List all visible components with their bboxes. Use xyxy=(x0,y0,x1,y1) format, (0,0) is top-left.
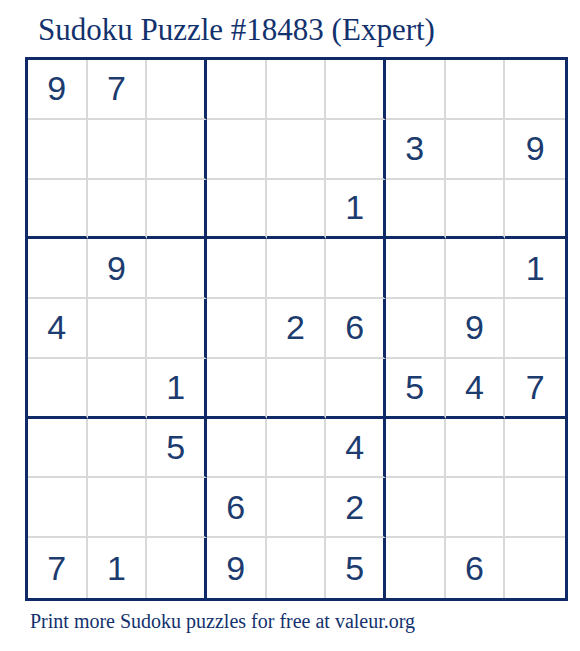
cell-r9c8[interactable]: 6 xyxy=(446,538,506,598)
cell-r4c5[interactable] xyxy=(267,239,327,299)
cell-r7c2[interactable] xyxy=(88,419,148,479)
cell-r8c2[interactable] xyxy=(88,478,148,538)
cell-r7c3[interactable]: 5 xyxy=(147,419,207,479)
cell-r3c6[interactable]: 1 xyxy=(326,180,386,240)
cell-r9c2[interactable]: 1 xyxy=(88,538,148,598)
cell-r5c2[interactable] xyxy=(88,299,148,359)
cell-r9c6[interactable]: 5 xyxy=(326,538,386,598)
cell-r5c6[interactable]: 6 xyxy=(326,299,386,359)
cell-r7c1[interactable] xyxy=(28,419,88,479)
cell-r4c8[interactable] xyxy=(446,239,506,299)
cell-r7c9[interactable] xyxy=(505,419,565,479)
cell-r9c7[interactable] xyxy=(386,538,446,598)
cell-r2c8[interactable] xyxy=(446,120,506,180)
cell-r2c5[interactable] xyxy=(267,120,327,180)
cell-r4c9[interactable]: 1 xyxy=(505,239,565,299)
cell-r2c3[interactable] xyxy=(147,120,207,180)
cell-r3c4[interactable] xyxy=(207,180,267,240)
cell-r3c3[interactable] xyxy=(147,180,207,240)
cell-r3c2[interactable] xyxy=(88,180,148,240)
cell-r5c7[interactable] xyxy=(386,299,446,359)
cell-r6c1[interactable] xyxy=(28,359,88,419)
cell-r3c8[interactable] xyxy=(446,180,506,240)
cell-r9c4[interactable]: 9 xyxy=(207,538,267,598)
cell-r8c3[interactable] xyxy=(147,478,207,538)
cell-r6c6[interactable] xyxy=(326,359,386,419)
cell-r5c3[interactable] xyxy=(147,299,207,359)
cell-r2c4[interactable] xyxy=(207,120,267,180)
cell-r1c8[interactable] xyxy=(446,60,506,120)
cell-r1c3[interactable] xyxy=(147,60,207,120)
footer-text: Print more Sudoku puzzles for free at va… xyxy=(30,610,415,633)
cell-r8c6[interactable]: 2 xyxy=(326,478,386,538)
cell-r9c5[interactable] xyxy=(267,538,327,598)
cell-r9c3[interactable] xyxy=(147,538,207,598)
cell-r1c2[interactable]: 7 xyxy=(88,60,148,120)
page-title: Sudoku Puzzle #18483 (Expert) xyxy=(38,12,435,48)
cell-r5c1[interactable]: 4 xyxy=(28,299,88,359)
cell-r5c4[interactable] xyxy=(207,299,267,359)
cell-r6c3[interactable]: 1 xyxy=(147,359,207,419)
cell-r3c1[interactable] xyxy=(28,180,88,240)
cell-r1c6[interactable] xyxy=(326,60,386,120)
cell-r4c4[interactable] xyxy=(207,239,267,299)
cell-r8c4[interactable]: 6 xyxy=(207,478,267,538)
cell-r7c7[interactable] xyxy=(386,419,446,479)
cell-r4c7[interactable] xyxy=(386,239,446,299)
cell-r2c7[interactable]: 3 xyxy=(386,120,446,180)
cell-r7c4[interactable] xyxy=(207,419,267,479)
cell-r2c9[interactable]: 9 xyxy=(505,120,565,180)
sudoku-page: Sudoku Puzzle #18483 (Expert) 9739191426… xyxy=(0,0,580,651)
cell-r7c8[interactable] xyxy=(446,419,506,479)
cell-r3c9[interactable] xyxy=(505,180,565,240)
cell-r5c5[interactable]: 2 xyxy=(267,299,327,359)
cell-r9c9[interactable] xyxy=(505,538,565,598)
cell-r1c5[interactable] xyxy=(267,60,327,120)
cell-r1c9[interactable] xyxy=(505,60,565,120)
cell-r1c7[interactable] xyxy=(386,60,446,120)
cell-r5c9[interactable] xyxy=(505,299,565,359)
cell-r8c5[interactable] xyxy=(267,478,327,538)
cell-r2c1[interactable] xyxy=(28,120,88,180)
cell-r3c7[interactable] xyxy=(386,180,446,240)
cell-r6c9[interactable]: 7 xyxy=(505,359,565,419)
cell-r1c1[interactable]: 9 xyxy=(28,60,88,120)
cell-r3c5[interactable] xyxy=(267,180,327,240)
cell-r9c1[interactable]: 7 xyxy=(28,538,88,598)
cell-r5c8[interactable]: 9 xyxy=(446,299,506,359)
cell-r1c4[interactable] xyxy=(207,60,267,120)
cell-r8c9[interactable] xyxy=(505,478,565,538)
cell-r2c6[interactable] xyxy=(326,120,386,180)
cell-r6c5[interactable] xyxy=(267,359,327,419)
cell-r8c8[interactable] xyxy=(446,478,506,538)
cell-r2c2[interactable] xyxy=(88,120,148,180)
cell-r4c1[interactable] xyxy=(28,239,88,299)
cell-r4c6[interactable] xyxy=(326,239,386,299)
cell-r6c4[interactable] xyxy=(207,359,267,419)
cell-r6c7[interactable]: 5 xyxy=(386,359,446,419)
cell-r6c8[interactable]: 4 xyxy=(446,359,506,419)
cell-r7c5[interactable] xyxy=(267,419,327,479)
cell-r8c1[interactable] xyxy=(28,478,88,538)
cell-r7c6[interactable]: 4 xyxy=(326,419,386,479)
cell-r6c2[interactable] xyxy=(88,359,148,419)
cell-r4c2[interactable]: 9 xyxy=(88,239,148,299)
sudoku-grid: 973919142691547546271956 xyxy=(25,57,568,601)
cell-r4c3[interactable] xyxy=(147,239,207,299)
cell-r8c7[interactable] xyxy=(386,478,446,538)
